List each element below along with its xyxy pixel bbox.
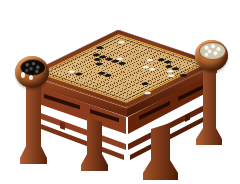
hoshi-dot [179,66,181,67]
bowl-glint [21,72,25,78]
hoshi-dot [65,74,67,75]
black-stones-bowl[interactable] [15,56,49,88]
hoshi-dot [148,81,150,82]
hoshi-dot [121,46,123,47]
bowl-glint [29,75,33,80]
white-stones-bowl[interactable] [195,40,228,71]
go-table-scene: ●●●●●●●●●●●●●●●●●●●●●●●●●● [0,0,240,184]
hoshi-dot [123,72,125,73]
white-stones-in-bowl [199,42,226,60]
